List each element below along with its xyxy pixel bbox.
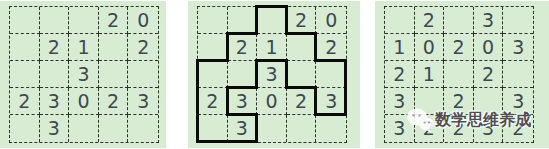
cell-r2c3-clue-1: 1 xyxy=(257,34,287,61)
cell-r2c2-clue-2: 2 xyxy=(228,34,258,61)
cell-r5c1 xyxy=(198,115,228,142)
cell-r1c1 xyxy=(385,7,415,34)
watermark: 数学思维养成 xyxy=(405,102,545,138)
cell-r3c3-clue-3: 3 xyxy=(257,61,287,88)
solution-board: 202123230233 xyxy=(197,6,347,143)
cell-r2c1-clue-1: 1 xyxy=(385,34,415,61)
cell-r4c2-clue-3: 3 xyxy=(40,88,70,115)
cell-r5c2-clue-3: 3 xyxy=(228,115,258,142)
cell-r3c1 xyxy=(198,61,228,88)
cell-r4c3-clue-0: 0 xyxy=(69,88,99,115)
cell-r4c4-clue-2: 2 xyxy=(287,88,317,115)
watermark-text: 数学思维养成 xyxy=(435,110,531,131)
cell-r5c3 xyxy=(257,115,287,142)
cell-r5c5 xyxy=(316,115,346,142)
cell-r3c5 xyxy=(316,61,346,88)
cell-r1c4-clue-2: 2 xyxy=(287,7,317,34)
board-wrap: 202123230233 xyxy=(9,6,159,143)
cell-r3c5 xyxy=(503,61,533,88)
cell-r2c4 xyxy=(287,34,317,61)
cell-r1c2-clue-2: 2 xyxy=(415,7,445,34)
cell-r3c5 xyxy=(128,61,158,88)
cell-r5c2-clue-3: 3 xyxy=(40,115,70,142)
cell-r2c1 xyxy=(198,34,228,61)
cell-r3c1 xyxy=(10,61,40,88)
cell-r1c5-clue-0: 0 xyxy=(128,7,158,34)
cell-r1c3 xyxy=(444,7,474,34)
cell-r1c3 xyxy=(257,7,287,34)
cell-r4c1-clue-2: 2 xyxy=(10,88,40,115)
cell-r2c5-clue-2: 2 xyxy=(128,34,158,61)
cell-r5c4 xyxy=(99,115,129,142)
cell-r5c1 xyxy=(10,115,40,142)
cell-r1c1 xyxy=(198,7,228,34)
cell-r3c4 xyxy=(99,61,129,88)
panel-puzzle: 202123230233 xyxy=(0,1,166,148)
cell-r4c4-clue-2: 2 xyxy=(99,88,129,115)
cell-r1c2 xyxy=(40,7,70,34)
cell-r1c2 xyxy=(228,7,258,34)
cell-r3c4-clue-2: 2 xyxy=(474,61,504,88)
panel-solution: 202123230233 xyxy=(188,1,360,148)
slitherlink-figure: 202123230233 202123230233 23102032123233… xyxy=(0,0,549,149)
cell-r3c3-clue-3: 3 xyxy=(69,61,99,88)
cell-r2c2-clue-2: 2 xyxy=(40,34,70,61)
puzzle-board: 202123230233 xyxy=(9,6,159,143)
wechat-bubbles-icon xyxy=(405,106,435,134)
cell-r4c5-clue-3: 3 xyxy=(128,88,158,115)
cell-r5c3 xyxy=(69,115,99,142)
cell-r2c3-clue-1: 1 xyxy=(69,34,99,61)
cell-r5c5 xyxy=(128,115,158,142)
cell-r3c2-clue-1: 1 xyxy=(415,61,445,88)
cell-r3c4 xyxy=(287,61,317,88)
cell-r2c1 xyxy=(10,34,40,61)
cell-r4c1-clue-2: 2 xyxy=(198,88,228,115)
cell-r3c2 xyxy=(40,61,70,88)
cell-r2c2-clue-0: 0 xyxy=(415,34,445,61)
cell-r2c3-clue-2: 2 xyxy=(444,34,474,61)
cell-r4c2-clue-3: 3 xyxy=(228,88,258,115)
cell-r3c1-clue-2: 2 xyxy=(385,61,415,88)
cell-r4c3-clue-0: 0 xyxy=(257,88,287,115)
cell-r5c4 xyxy=(287,115,317,142)
panel-puzzle-2: 231020321232332232 数学思维养成 xyxy=(375,1,549,148)
cell-r2c5-clue-3: 3 xyxy=(503,34,533,61)
board-wrap: 202123230233 xyxy=(197,6,347,143)
cell-r1c5 xyxy=(503,7,533,34)
cell-r2c4 xyxy=(99,34,129,61)
cell-r3c3 xyxy=(444,61,474,88)
cell-r3c2 xyxy=(228,61,258,88)
cell-r4c5-clue-3: 3 xyxy=(316,88,346,115)
cell-r2c5-clue-2: 2 xyxy=(316,34,346,61)
cell-r1c1 xyxy=(10,7,40,34)
cell-r1c5-clue-0: 0 xyxy=(316,7,346,34)
cell-r1c3 xyxy=(69,7,99,34)
cell-r2c4-clue-0: 0 xyxy=(474,34,504,61)
cell-r1c4-clue-3: 3 xyxy=(474,7,504,34)
cell-r1c4-clue-2: 2 xyxy=(99,7,129,34)
